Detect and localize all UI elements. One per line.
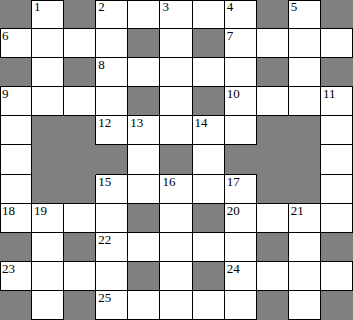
clue-number: 12 [98,116,111,130]
clue-number: 14 [195,116,208,130]
cell-r6c11[interactable] [321,145,353,174]
cell-r9c4[interactable]: 22 [96,233,128,262]
cell-r7c1[interactable] [0,175,32,204]
cell-r6c1[interactable] [0,145,32,174]
cell-r10c4[interactable] [96,262,128,291]
clue-number: 21 [291,204,304,218]
clue-number: 11 [323,87,336,101]
cell-r1c7[interactable] [193,0,225,29]
cell-r4c8[interactable]: 10 [225,87,257,116]
cell-r2c1[interactable]: 6 [0,29,32,58]
block-r7c10 [289,175,321,204]
cell-r8c9[interactable] [257,204,289,233]
cell-r3c6[interactable] [160,58,192,87]
clue-number: 15 [98,175,111,189]
cell-r1c10[interactable]: 5 [289,0,321,29]
cell-r1c4[interactable]: 2 [96,0,128,29]
block-r1c9 [257,0,289,29]
cell-r6c5[interactable] [128,145,160,174]
block-r7c2 [32,175,64,204]
cell-r9c8[interactable] [225,233,257,262]
clue-number: 2 [98,0,105,14]
block-r9c3 [64,233,96,262]
block-r3c3 [64,58,96,87]
cell-r5c4[interactable]: 12 [96,116,128,145]
cell-r11c8[interactable] [225,291,257,320]
cell-r9c2[interactable] [32,233,64,262]
block-r6c6 [160,145,192,174]
clue-number: 19 [34,204,47,218]
cell-r3c4[interactable]: 8 [96,58,128,87]
cell-r11c10[interactable] [289,291,321,320]
clue-number: 10 [227,87,240,101]
cell-r10c2[interactable] [32,262,64,291]
cell-r11c4[interactable]: 25 [96,291,128,320]
block-r2c7 [193,29,225,58]
cell-r10c3[interactable] [64,262,96,291]
cell-r10c1[interactable]: 23 [0,262,32,291]
cell-r9c6[interactable] [160,233,192,262]
cell-r4c11[interactable]: 11 [321,87,353,116]
block-r6c8 [225,145,257,174]
clue-number: 20 [227,204,240,218]
cell-r8c2[interactable]: 19 [32,204,64,233]
cell-r2c11[interactable] [321,29,353,58]
block-r1c11 [321,0,353,29]
block-r11c9 [257,291,289,320]
cell-r4c2[interactable] [32,87,64,116]
clue-number: 8 [98,58,105,72]
cell-r5c7[interactable]: 14 [193,116,225,145]
clue-number: 1 [34,0,41,14]
cell-r8c1[interactable]: 18 [0,204,32,233]
cell-r4c4[interactable] [96,87,128,116]
cell-r5c8[interactable] [225,116,257,145]
block-r1c1 [0,0,32,29]
block-r9c11 [321,233,353,262]
cell-r11c6[interactable] [160,291,192,320]
block-r5c9 [257,116,289,145]
cell-r1c8[interactable]: 4 [225,0,257,29]
cell-r4c9[interactable] [257,87,289,116]
cell-r4c10[interactable] [289,87,321,116]
clue-number: 6 [2,29,9,43]
block-r11c3 [64,291,96,320]
clue-number: 7 [227,29,234,43]
cell-r11c2[interactable] [32,291,64,320]
cell-r3c5[interactable] [128,58,160,87]
cell-r2c8[interactable]: 7 [225,29,257,58]
cell-r11c5[interactable] [128,291,160,320]
block-r3c11 [321,58,353,87]
cell-r7c4[interactable]: 15 [96,175,128,204]
block-r8c7 [193,204,225,233]
crossword-grid: 1234567891011121314151617181920212223242… [0,0,353,320]
cell-r5c11[interactable] [321,116,353,145]
cell-r10c6[interactable] [160,262,192,291]
cell-r7c11[interactable] [321,175,353,204]
block-r11c11 [321,291,353,320]
cell-r8c11[interactable] [321,204,353,233]
cell-r8c10[interactable]: 21 [289,204,321,233]
cell-r6c7[interactable] [193,145,225,174]
block-r6c9 [257,145,289,174]
block-r5c2 [32,116,64,145]
block-r8c5 [128,204,160,233]
cell-r1c2[interactable]: 1 [32,0,64,29]
block-r3c1 [0,58,32,87]
cell-r2c3[interactable] [64,29,96,58]
cell-r10c11[interactable] [321,262,353,291]
clue-number: 17 [227,175,240,189]
cell-r4c1[interactable]: 9 [0,87,32,116]
cell-r10c9[interactable] [257,262,289,291]
cell-r2c4[interactable] [96,29,128,58]
cell-r3c7[interactable] [193,58,225,87]
cell-r9c5[interactable] [128,233,160,262]
block-r5c3 [64,116,96,145]
block-r10c5 [128,262,160,291]
cell-r2c10[interactable] [289,29,321,58]
clue-number: 24 [227,262,240,276]
cell-r8c4[interactable] [96,204,128,233]
clue-number: 3 [162,0,169,14]
clue-number: 18 [2,204,15,218]
block-r5c10 [289,116,321,145]
block-r1c3 [64,0,96,29]
cell-r7c6[interactable]: 16 [160,175,192,204]
cell-r5c5[interactable]: 13 [128,116,160,145]
clue-number: 9 [2,87,9,101]
cell-r7c7[interactable] [193,175,225,204]
cell-r2c2[interactable] [32,29,64,58]
cell-r11c7[interactable] [193,291,225,320]
cell-r3c2[interactable] [32,58,64,87]
cell-r3c8[interactable] [225,58,257,87]
block-r10c7 [193,262,225,291]
block-r3c9 [257,58,289,87]
block-r7c9 [257,175,289,204]
cell-r3c10[interactable] [289,58,321,87]
cell-r8c8[interactable]: 20 [225,204,257,233]
cell-r2c6[interactable] [160,29,192,58]
cell-r7c5[interactable] [128,175,160,204]
block-r7c3 [64,175,96,204]
block-r9c9 [257,233,289,262]
cell-r10c8[interactable]: 24 [225,262,257,291]
cell-r5c6[interactable] [160,116,192,145]
cell-r8c6[interactable] [160,204,192,233]
cell-r7c8[interactable]: 17 [225,175,257,204]
cell-r9c7[interactable] [193,233,225,262]
clue-number: 5 [291,0,298,14]
cell-r4c6[interactable] [160,87,192,116]
clue-number: 23 [2,262,15,276]
clue-number: 16 [162,175,175,189]
cell-r1c5[interactable] [128,0,160,29]
cell-r1c6[interactable]: 3 [160,0,192,29]
cell-r2c9[interactable] [257,29,289,58]
clue-number: 4 [227,0,234,14]
block-r6c3 [64,145,96,174]
block-r6c4 [96,145,128,174]
cell-r8c3[interactable] [64,204,96,233]
block-r9c1 [0,233,32,262]
block-r6c10 [289,145,321,174]
block-r6c2 [32,145,64,174]
clue-number: 25 [98,291,111,305]
cell-r10c10[interactable] [289,262,321,291]
block-r11c1 [0,291,32,320]
clue-number: 13 [130,116,143,130]
cell-r9c10[interactable] [289,233,321,262]
block-r4c7 [193,87,225,116]
block-r2c5 [128,29,160,58]
block-r4c5 [128,87,160,116]
clue-number: 22 [98,233,111,247]
cell-r4c3[interactable] [64,87,96,116]
cell-r5c1[interactable] [0,116,32,145]
